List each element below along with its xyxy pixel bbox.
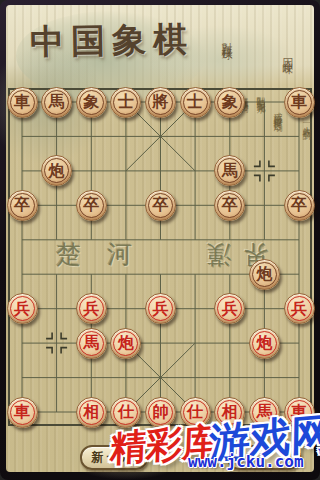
piece-glyph: 車: [285, 398, 314, 427]
piece-black-advisor[interactable]: 士: [180, 87, 211, 118]
piece-glyph: 兵: [285, 294, 314, 323]
piece-black-cannon[interactable]: 炮: [249, 259, 280, 290]
piece-black-pawn[interactable]: 卒: [145, 190, 176, 221]
piece-black-elephant[interactable]: 象: [76, 87, 107, 118]
piece-glyph: 車: [285, 88, 314, 117]
piece-glyph: 帥: [146, 398, 175, 427]
piece-black-rook[interactable]: 車: [7, 87, 38, 118]
piece-black-king[interactable]: 將: [145, 87, 176, 118]
piece-glyph: 炮: [111, 329, 140, 358]
piece-glyph: 相: [77, 398, 106, 427]
piece-glyph: 兵: [77, 294, 106, 323]
piece-glyph: 兵: [146, 294, 175, 323]
piece-glyph: 兵: [215, 294, 244, 323]
piece-black-pawn[interactable]: 卒: [7, 190, 38, 221]
new-game-button[interactable]: 新一局: [80, 445, 148, 470]
piece-glyph: 馬: [250, 398, 279, 427]
piece-glyph: 將: [146, 88, 175, 117]
header-calligraphy: 因趣味: [281, 50, 294, 56]
piece-black-advisor[interactable]: 士: [110, 87, 141, 118]
piece-glyph: 炮: [42, 156, 71, 185]
piece-red-knight[interactable]: 馬: [249, 397, 280, 428]
piece-black-rook[interactable]: 車: [284, 87, 315, 118]
piece-red-elephant[interactable]: 相: [214, 397, 245, 428]
secondary-button[interactable]: [227, 445, 301, 470]
piece-red-pawn[interactable]: 兵: [145, 293, 176, 324]
piece-glyph: 馬: [42, 88, 71, 117]
piece-red-rook[interactable]: 車: [7, 397, 38, 428]
piece-black-pawn[interactable]: 卒: [284, 190, 315, 221]
piece-black-knight[interactable]: 馬: [41, 87, 72, 118]
piece-red-rook[interactable]: 車: [284, 397, 315, 428]
app-screen: 中国象棋 對弈棋球 因趣味 焗氣對棋子將調朙朙相是出支化布米成泻統行扱考广何树艺…: [0, 0, 320, 480]
piece-red-knight[interactable]: 馬: [76, 328, 107, 359]
piece-glyph: 象: [215, 88, 244, 117]
piece-glyph: 士: [181, 88, 210, 117]
piece-glyph: 車: [8, 88, 37, 117]
piece-glyph: 卒: [285, 191, 314, 220]
piece-glyph: 炮: [250, 260, 279, 289]
piece-glyph: 象: [77, 88, 106, 117]
piece-red-king[interactable]: 帥: [145, 397, 176, 428]
piece-glyph: 仕: [111, 398, 140, 427]
piece-black-cannon[interactable]: 炮: [41, 155, 72, 186]
piece-black-pawn[interactable]: 卒: [214, 190, 245, 221]
piece-red-cannon[interactable]: 炮: [110, 328, 141, 359]
piece-glyph: 馬: [215, 156, 244, 185]
piece-red-elephant[interactable]: 相: [76, 397, 107, 428]
piece-black-knight[interactable]: 馬: [214, 155, 245, 186]
piece-glyph: 卒: [146, 191, 175, 220]
piece-red-advisor[interactable]: 仕: [110, 397, 141, 428]
piece-glyph: 炮: [250, 329, 279, 358]
piece-glyph: 士: [111, 88, 140, 117]
piece-red-pawn[interactable]: 兵: [76, 293, 107, 324]
header-calligraphy: 對弈棋球: [220, 34, 233, 42]
piece-glyph: 相: [215, 398, 244, 427]
game-title: 中国象棋: [30, 17, 195, 66]
piece-black-elephant[interactable]: 象: [214, 87, 245, 118]
piece-red-pawn[interactable]: 兵: [284, 293, 315, 324]
piece-glyph: 卒: [8, 191, 37, 220]
piece-red-pawn[interactable]: 兵: [214, 293, 245, 324]
piece-glyph: 車: [8, 398, 37, 427]
piece-glyph: 兵: [8, 294, 37, 323]
piece-glyph: 馬: [77, 329, 106, 358]
piece-glyph: 卒: [77, 191, 106, 220]
piece-glyph: 卒: [215, 191, 244, 220]
piece-red-pawn[interactable]: 兵: [7, 293, 38, 324]
piece-black-pawn[interactable]: 卒: [76, 190, 107, 221]
piece-red-advisor[interactable]: 仕: [180, 397, 211, 428]
piece-red-cannon[interactable]: 炮: [249, 328, 280, 359]
piece-glyph: 仕: [181, 398, 210, 427]
